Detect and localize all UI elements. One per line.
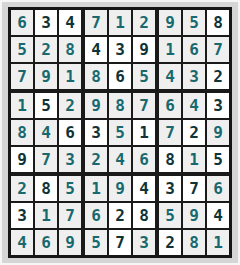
cell-r4c9[interactable]: 3 (207, 93, 229, 120)
cell-r7c2[interactable]: 8 (35, 176, 59, 203)
cell-r7c9[interactable]: 6 (207, 176, 229, 203)
cell-r1c3[interactable]: 4 (59, 10, 85, 37)
cell-r7c8[interactable]: 7 (183, 176, 207, 203)
sudoku-window: 6347129585284391677918654321529876438463… (0, 0, 240, 265)
cell-r5c3[interactable]: 6 (59, 120, 85, 147)
sudoku-board: 6347129585284391677918654321529876438463… (8, 7, 232, 258)
cell-r6c9[interactable]: 5 (207, 147, 229, 176)
cell-r2c8[interactable]: 6 (183, 37, 207, 64)
cell-r2c1[interactable]: 5 (11, 37, 35, 64)
cell-r2c2[interactable]: 2 (35, 37, 59, 64)
cell-r4c6[interactable]: 7 (133, 93, 159, 120)
cell-r6c7[interactable]: 8 (159, 147, 183, 176)
cell-r5c1[interactable]: 8 (11, 120, 35, 147)
cell-r9c4[interactable]: 5 (85, 230, 109, 255)
cell-r9c3[interactable]: 9 (59, 230, 85, 255)
cell-r4c5[interactable]: 8 (109, 93, 133, 120)
cell-r6c5[interactable]: 4 (109, 147, 133, 176)
cell-r8c9[interactable]: 4 (207, 203, 229, 230)
cell-r3c1[interactable]: 7 (11, 64, 35, 93)
cell-r1c5[interactable]: 1 (109, 10, 133, 37)
cell-r4c3[interactable]: 2 (59, 93, 85, 120)
cell-r8c3[interactable]: 7 (59, 203, 85, 230)
cell-r2c4[interactable]: 4 (85, 37, 109, 64)
cell-r4c7[interactable]: 6 (159, 93, 183, 120)
cell-r4c2[interactable]: 5 (35, 93, 59, 120)
cell-r8c5[interactable]: 2 (109, 203, 133, 230)
cell-r1c7[interactable]: 9 (159, 10, 183, 37)
cell-r8c2[interactable]: 1 (35, 203, 59, 230)
cell-r2c6[interactable]: 9 (133, 37, 159, 64)
cell-r7c1[interactable]: 2 (11, 176, 35, 203)
cell-r9c9[interactable]: 1 (207, 230, 229, 255)
cell-r8c4[interactable]: 6 (85, 203, 109, 230)
cell-r6c6[interactable]: 6 (133, 147, 159, 176)
cell-r1c9[interactable]: 8 (207, 10, 229, 37)
cell-r4c1[interactable]: 1 (11, 93, 35, 120)
cell-r5c6[interactable]: 1 (133, 120, 159, 147)
cell-r7c5[interactable]: 9 (109, 176, 133, 203)
cell-r1c8[interactable]: 5 (183, 10, 207, 37)
cell-r5c7[interactable]: 7 (159, 120, 183, 147)
cell-r9c2[interactable]: 6 (35, 230, 59, 255)
cell-r7c7[interactable]: 3 (159, 176, 183, 203)
cell-r8c7[interactable]: 5 (159, 203, 183, 230)
cell-r1c6[interactable]: 2 (133, 10, 159, 37)
cell-r3c4[interactable]: 8 (85, 64, 109, 93)
cell-r1c1[interactable]: 6 (11, 10, 35, 37)
cell-r8c1[interactable]: 3 (11, 203, 35, 230)
cell-r3c8[interactable]: 3 (183, 64, 207, 93)
cell-r7c3[interactable]: 5 (59, 176, 85, 203)
cell-r3c3[interactable]: 1 (59, 64, 85, 93)
cell-r3c6[interactable]: 5 (133, 64, 159, 93)
cell-r5c4[interactable]: 3 (85, 120, 109, 147)
cell-r3c9[interactable]: 2 (207, 64, 229, 93)
cell-r9c1[interactable]: 4 (11, 230, 35, 255)
cell-r8c6[interactable]: 8 (133, 203, 159, 230)
cell-r6c4[interactable]: 2 (85, 147, 109, 176)
cell-r6c3[interactable]: 3 (59, 147, 85, 176)
cell-r5c5[interactable]: 5 (109, 120, 133, 147)
cell-r9c6[interactable]: 3 (133, 230, 159, 255)
cell-r5c2[interactable]: 4 (35, 120, 59, 147)
cell-r3c5[interactable]: 6 (109, 64, 133, 93)
cell-r4c4[interactable]: 9 (85, 93, 109, 120)
cell-r2c7[interactable]: 1 (159, 37, 183, 64)
cell-r5c8[interactable]: 2 (183, 120, 207, 147)
cell-r4c8[interactable]: 4 (183, 93, 207, 120)
cell-r7c4[interactable]: 1 (85, 176, 109, 203)
cell-r2c9[interactable]: 7 (207, 37, 229, 64)
cell-r9c7[interactable]: 2 (159, 230, 183, 255)
cell-r1c4[interactable]: 7 (85, 10, 109, 37)
cell-r9c5[interactable]: 7 (109, 230, 133, 255)
cell-r6c1[interactable]: 9 (11, 147, 35, 176)
cell-r2c5[interactable]: 3 (109, 37, 133, 64)
cell-r9c8[interactable]: 8 (183, 230, 207, 255)
cell-r6c2[interactable]: 7 (35, 147, 59, 176)
cell-r3c2[interactable]: 9 (35, 64, 59, 93)
cell-r7c6[interactable]: 4 (133, 176, 159, 203)
cell-r5c9[interactable]: 9 (207, 120, 229, 147)
cell-r2c3[interactable]: 8 (59, 37, 85, 64)
cell-r1c2[interactable]: 3 (35, 10, 59, 37)
cell-r8c8[interactable]: 9 (183, 203, 207, 230)
cell-r3c7[interactable]: 4 (159, 64, 183, 93)
cell-r6c8[interactable]: 1 (183, 147, 207, 176)
